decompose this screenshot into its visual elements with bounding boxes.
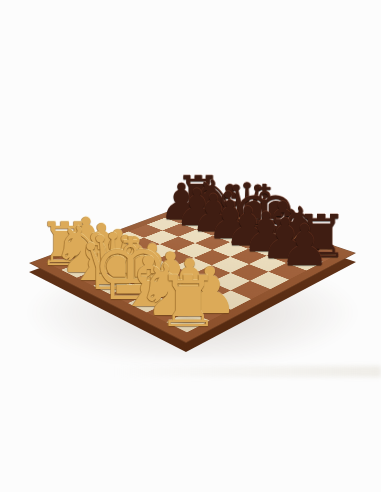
backdrop-seam [0, 366, 381, 377]
chess-set-photo: ♜♞♝♛♚♝♞♜♟♟♟♟♟♟♟♟♟♟♟♟♟♟♟♟♜♞♝♛♚♝♞♜ [0, 0, 381, 492]
